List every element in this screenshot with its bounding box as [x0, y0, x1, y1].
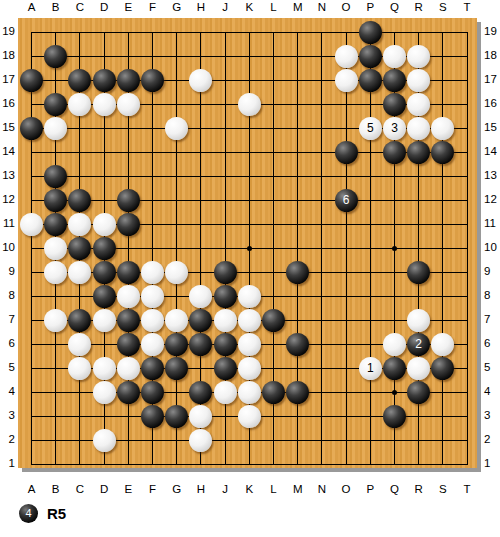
stone-white-F7[interactable]	[141, 309, 164, 332]
stone-white-O18[interactable]	[335, 45, 358, 68]
stone-white-R5[interactable]	[407, 357, 430, 380]
stone-black-C7[interactable]	[68, 309, 91, 332]
stone-white-S6[interactable]	[431, 333, 454, 356]
coord-label-right-3: 3	[484, 409, 500, 421]
stone-white-D4[interactable]	[93, 381, 116, 404]
stone-black-R14[interactable]	[407, 141, 430, 164]
coord-label-right-17: 17	[484, 73, 500, 85]
stone-black-E7[interactable]	[117, 309, 140, 332]
stone-white-D5[interactable]	[93, 357, 116, 380]
stone-black-J8[interactable]	[214, 285, 237, 308]
stone-black-H6[interactable]	[189, 333, 212, 356]
stone-white-H17[interactable]	[189, 69, 212, 92]
coord-label-left-19: 19	[0, 25, 15, 37]
stone-white-E8[interactable]	[117, 285, 140, 308]
coord-label-bottom-F: F	[141, 483, 165, 495]
stone-black-E9[interactable]	[117, 261, 140, 284]
coord-label-bottom-L: L	[262, 483, 286, 495]
coord-label-top-P: P	[358, 1, 382, 13]
coord-label-right-15: 15	[484, 121, 500, 133]
coord-label-left-3: 3	[0, 409, 15, 421]
coord-label-bottom-G: G	[165, 483, 189, 495]
stone-black-D8[interactable]	[93, 285, 116, 308]
stone-white-K6[interactable]	[238, 333, 261, 356]
coord-label-left-10: 10	[0, 241, 15, 253]
stone-white-E16[interactable]	[117, 93, 140, 116]
coord-label-bottom-S: S	[431, 483, 455, 495]
coord-label-left-1: 1	[0, 457, 15, 469]
stone-white-D7[interactable]	[93, 309, 116, 332]
stone-black-E11[interactable]	[117, 213, 140, 236]
stone-black-B12[interactable]	[44, 189, 67, 212]
stone-white-R16[interactable]	[407, 93, 430, 116]
stone-black-J9[interactable]	[214, 261, 237, 284]
coord-label-left-13: 13	[0, 169, 15, 181]
stone-white-B7[interactable]	[44, 309, 67, 332]
stone-black-S14[interactable]	[431, 141, 454, 164]
coord-label-bottom-R: R	[407, 483, 431, 495]
coord-label-top-O: O	[334, 1, 358, 13]
stone-white-B15[interactable]	[44, 117, 67, 140]
stone-black-M9[interactable]	[286, 261, 309, 284]
coord-label-bottom-N: N	[310, 483, 334, 495]
stone-black-D17[interactable]	[93, 69, 116, 92]
stone-white-C9[interactable]	[68, 261, 91, 284]
caption-move-number: 4	[25, 508, 31, 519]
stone-black-E4[interactable]	[117, 381, 140, 404]
coord-label-top-H: H	[189, 1, 213, 13]
stone-white-K4[interactable]	[238, 381, 261, 404]
stone-black-R4[interactable]	[407, 381, 430, 404]
coord-label-top-N: N	[310, 1, 334, 13]
coord-label-top-Q: Q	[383, 1, 407, 13]
go-diagram-page: 53621 AABBCCDDEEFFGGHHJJKKLLMMNNOOPPQQRR…	[0, 0, 500, 537]
stone-black-H7[interactable]	[189, 309, 212, 332]
stone-white-P15[interactable]: 5	[359, 117, 382, 140]
stone-white-C11[interactable]	[68, 213, 91, 236]
stone-white-R7[interactable]	[407, 309, 430, 332]
stone-black-O12[interactable]: 6	[335, 189, 358, 212]
coord-label-right-18: 18	[484, 49, 500, 61]
stone-black-S5[interactable]	[431, 357, 454, 380]
coord-label-left-8: 8	[0, 289, 15, 301]
stone-black-A17[interactable]	[20, 69, 43, 92]
coord-label-left-18: 18	[0, 49, 15, 61]
coord-label-top-K: K	[237, 1, 261, 13]
stone-black-C17[interactable]	[68, 69, 91, 92]
coord-label-left-16: 16	[0, 97, 15, 109]
coord-label-right-2: 2	[484, 433, 500, 445]
stone-white-F8[interactable]	[141, 285, 164, 308]
coord-label-right-4: 4	[484, 385, 500, 397]
stone-black-Q14[interactable]	[383, 141, 406, 164]
coord-label-left-9: 9	[0, 265, 15, 277]
coord-label-right-11: 11	[484, 217, 500, 229]
coord-label-left-12: 12	[0, 193, 15, 205]
stone-black-L4[interactable]	[262, 381, 285, 404]
stone-black-B13[interactable]	[44, 165, 67, 188]
coord-label-left-14: 14	[0, 145, 15, 157]
coord-label-top-M: M	[286, 1, 310, 13]
coord-label-top-R: R	[407, 1, 431, 13]
star-point	[392, 246, 397, 251]
grid-line	[31, 32, 468, 33]
stone-white-A11[interactable]	[20, 213, 43, 236]
stone-black-L7[interactable]	[262, 309, 285, 332]
stone-white-Q15[interactable]: 3	[383, 117, 406, 140]
stone-black-J6[interactable]	[214, 333, 237, 356]
coord-label-left-5: 5	[0, 361, 15, 373]
stone-white-G15[interactable]	[165, 117, 188, 140]
stone-black-G6[interactable]	[165, 333, 188, 356]
stone-white-F6[interactable]	[141, 333, 164, 356]
stone-white-S15[interactable]	[431, 117, 454, 140]
coord-label-top-S: S	[431, 1, 455, 13]
coord-label-right-19: 19	[484, 25, 500, 37]
stone-white-K16[interactable]	[238, 93, 261, 116]
stone-black-G5[interactable]	[165, 357, 188, 380]
stone-white-R18[interactable]	[407, 45, 430, 68]
star-point	[392, 390, 397, 395]
stone-black-Q17[interactable]	[383, 69, 406, 92]
stone-white-B9[interactable]	[44, 261, 67, 284]
coord-label-right-8: 8	[484, 289, 500, 301]
coord-label-right-1: 1	[484, 457, 500, 469]
stone-white-B10[interactable]	[44, 237, 67, 260]
stone-white-H2[interactable]	[189, 429, 212, 452]
coord-label-top-A: A	[20, 1, 44, 13]
stone-white-G7[interactable]	[165, 309, 188, 332]
stone-black-E6[interactable]	[117, 333, 140, 356]
coord-label-bottom-K: K	[237, 483, 261, 495]
grid-line	[31, 176, 468, 177]
stone-black-O14[interactable]	[335, 141, 358, 164]
stone-black-P18[interactable]	[359, 45, 382, 68]
coord-label-bottom-O: O	[334, 483, 358, 495]
stone-white-O17[interactable]	[335, 69, 358, 92]
stone-black-D10[interactable]	[93, 237, 116, 260]
stone-black-E17[interactable]	[117, 69, 140, 92]
stone-white-Q18[interactable]	[383, 45, 406, 68]
stone-black-F5[interactable]	[141, 357, 164, 380]
stone-black-Q3[interactable]	[383, 405, 406, 428]
coord-label-right-12: 12	[484, 193, 500, 205]
coord-label-top-G: G	[165, 1, 189, 13]
stone-white-H3[interactable]	[189, 405, 212, 428]
stone-white-J7[interactable]	[214, 309, 237, 332]
stone-white-J4[interactable]	[214, 381, 237, 404]
stone-black-Q5[interactable]	[383, 357, 406, 380]
coord-label-left-17: 17	[0, 73, 15, 85]
stone-black-B16[interactable]	[44, 93, 67, 116]
coord-label-left-4: 4	[0, 385, 15, 397]
grid-line	[31, 200, 468, 201]
stone-white-K7[interactable]	[238, 309, 261, 332]
coord-label-top-B: B	[44, 1, 68, 13]
stone-black-E12[interactable]	[117, 189, 140, 212]
coord-label-top-C: C	[68, 1, 92, 13]
coord-label-right-5: 5	[484, 361, 500, 373]
stone-white-R17[interactable]	[407, 69, 430, 92]
caption-move-stone: 4	[19, 504, 38, 523]
stone-white-H8[interactable]	[189, 285, 212, 308]
stone-white-K8[interactable]	[238, 285, 261, 308]
stone-white-D11[interactable]	[93, 213, 116, 236]
coord-label-bottom-J: J	[213, 483, 237, 495]
stone-white-F9[interactable]	[141, 261, 164, 284]
coord-label-left-2: 2	[0, 433, 15, 445]
coord-label-left-6: 6	[0, 337, 15, 349]
stone-black-C10[interactable]	[68, 237, 91, 260]
stone-black-G3[interactable]	[165, 405, 188, 428]
stone-white-D16[interactable]	[93, 93, 116, 116]
stone-white-E5[interactable]	[117, 357, 140, 380]
move-caption: 4 R5	[19, 504, 66, 523]
stone-black-P19[interactable]	[359, 21, 382, 44]
coord-label-bottom-H: H	[189, 483, 213, 495]
coord-label-top-D: D	[92, 1, 116, 13]
coord-label-left-15: 15	[0, 121, 15, 133]
grid-line	[31, 464, 468, 465]
coord-label-bottom-D: D	[92, 483, 116, 495]
stone-white-D2[interactable]	[93, 429, 116, 452]
coord-label-top-E: E	[116, 1, 140, 13]
coord-label-top-T: T	[455, 1, 479, 13]
stone-black-R9[interactable]	[407, 261, 430, 284]
stone-black-R6[interactable]: 2	[407, 333, 430, 356]
stone-black-A15[interactable]	[20, 117, 43, 140]
coord-label-top-F: F	[141, 1, 165, 13]
stone-black-M4[interactable]	[286, 381, 309, 404]
coord-label-bottom-Q: Q	[383, 483, 407, 495]
coord-label-left-7: 7	[0, 313, 15, 325]
coord-label-right-14: 14	[484, 145, 500, 157]
coord-label-bottom-A: A	[20, 483, 44, 495]
stone-black-P17[interactable]	[359, 69, 382, 92]
stone-white-Q6[interactable]	[383, 333, 406, 356]
stone-white-K3[interactable]	[238, 405, 261, 428]
stone-black-M6[interactable]	[286, 333, 309, 356]
stone-black-F17[interactable]	[141, 69, 164, 92]
stone-white-P5[interactable]: 1	[359, 357, 382, 380]
coord-label-left-11: 11	[0, 217, 15, 229]
coord-label-right-16: 16	[484, 97, 500, 109]
coord-label-right-13: 13	[484, 169, 500, 181]
stone-white-G9[interactable]	[165, 261, 188, 284]
coord-label-bottom-P: P	[358, 483, 382, 495]
coord-label-right-10: 10	[484, 241, 500, 253]
coord-label-bottom-C: C	[68, 483, 92, 495]
stone-black-B18[interactable]	[44, 45, 67, 68]
coord-label-top-J: J	[213, 1, 237, 13]
stone-white-C5[interactable]	[68, 357, 91, 380]
stone-white-R15[interactable]	[407, 117, 430, 140]
stone-white-K5[interactable]	[238, 357, 261, 380]
stone-black-B11[interactable]	[44, 213, 67, 236]
coord-label-bottom-B: B	[44, 483, 68, 495]
stone-black-H4[interactable]	[189, 381, 212, 404]
stone-black-F3[interactable]	[141, 405, 164, 428]
stone-black-J5[interactable]	[214, 357, 237, 380]
go-board[interactable]: 53621	[18, 18, 477, 468]
coord-label-right-6: 6	[484, 337, 500, 349]
coord-label-bottom-M: M	[286, 483, 310, 495]
star-point	[247, 246, 252, 251]
coord-label-bottom-T: T	[455, 483, 479, 495]
coord-label-top-L: L	[262, 1, 286, 13]
caption-move-coord: R5	[47, 505, 66, 522]
coord-label-bottom-E: E	[116, 483, 140, 495]
stone-black-D9[interactable]	[93, 261, 116, 284]
coord-label-right-9: 9	[484, 265, 500, 277]
coord-label-right-7: 7	[484, 313, 500, 325]
stone-black-C12[interactable]	[68, 189, 91, 212]
stone-black-F4[interactable]	[141, 381, 164, 404]
stone-white-C16[interactable]	[68, 93, 91, 116]
stone-black-Q16[interactable]	[383, 93, 406, 116]
stone-white-C6[interactable]	[68, 333, 91, 356]
